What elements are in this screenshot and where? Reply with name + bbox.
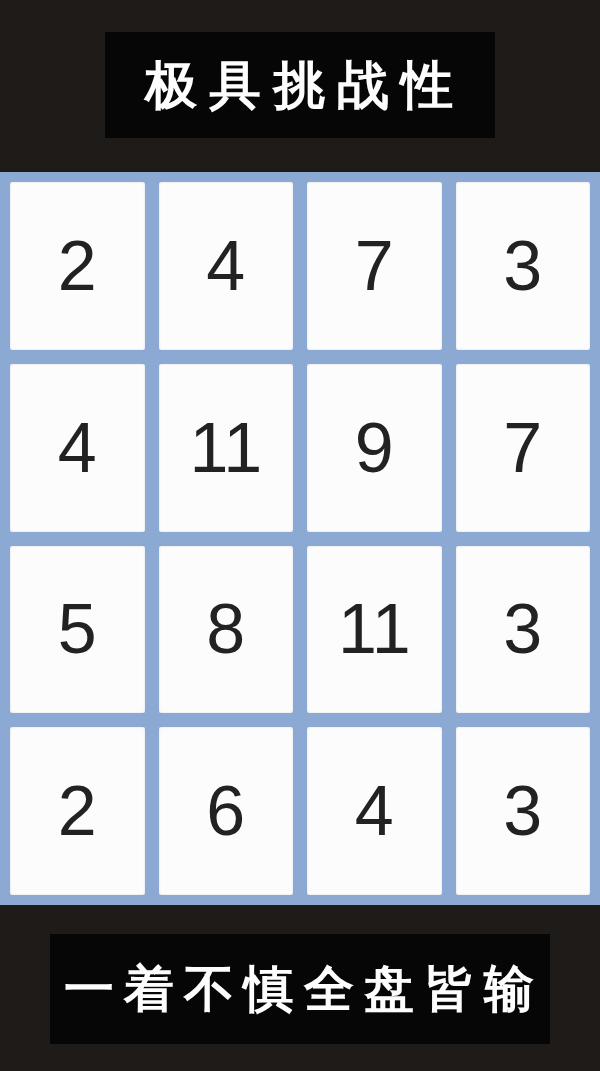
caption-text: 一着不慎全盘皆输 bbox=[64, 961, 544, 1017]
board-cell-r3c1[interactable]: 6 bbox=[159, 727, 294, 895]
board-cell-r1c2[interactable]: 9 bbox=[307, 364, 442, 532]
board-cell-r3c0[interactable]: 2 bbox=[10, 727, 145, 895]
board-cell-r1c3[interactable]: 7 bbox=[456, 364, 591, 532]
board-cell-r3c2[interactable]: 4 bbox=[307, 727, 442, 895]
board-cell-r2c0[interactable]: 5 bbox=[10, 546, 145, 714]
page-title: 极具挑战性 bbox=[145, 56, 465, 114]
board-cell-r0c2[interactable]: 7 bbox=[307, 182, 442, 350]
board-cell-r2c1[interactable]: 8 bbox=[159, 546, 294, 714]
board-cell-r3c3[interactable]: 3 bbox=[456, 727, 591, 895]
puzzle-board: 2 4 7 3 4 11 9 7 5 8 11 3 2 6 4 3 bbox=[0, 172, 600, 905]
board-cell-r1c1[interactable]: 11 bbox=[159, 364, 294, 532]
board-cell-r0c1[interactable]: 4 bbox=[159, 182, 294, 350]
title-banner: 极具挑战性 bbox=[105, 32, 495, 138]
board-cell-r1c0[interactable]: 4 bbox=[10, 364, 145, 532]
board-cell-r0c3[interactable]: 3 bbox=[456, 182, 591, 350]
board-cell-r0c0[interactable]: 2 bbox=[10, 182, 145, 350]
caption-banner: 一着不慎全盘皆输 bbox=[50, 934, 550, 1044]
board-cell-r2c3[interactable]: 3 bbox=[456, 546, 591, 714]
board-cell-r2c2[interactable]: 11 bbox=[307, 546, 442, 714]
